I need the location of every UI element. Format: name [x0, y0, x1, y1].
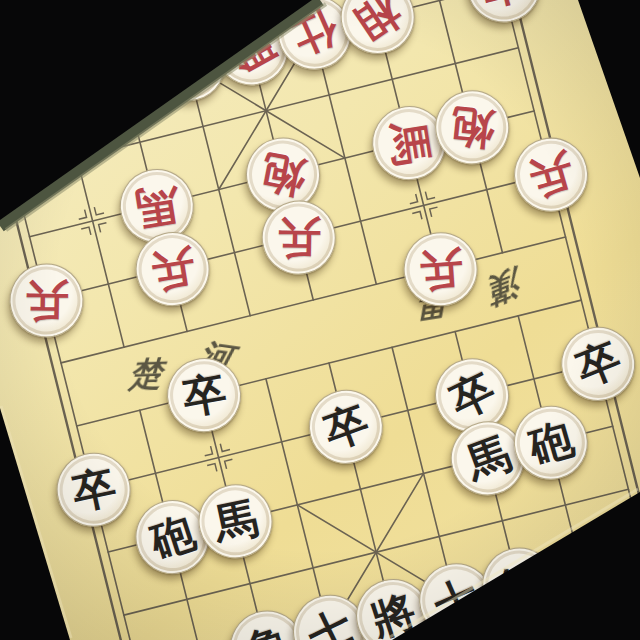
photo-scene: 楚河界漢 車相仕帥仕相車馬炮馬炮兵兵兵兵兵卒卒卒卒卒砲馬馬砲象士將士象車: [0, 0, 640, 640]
piece-glyph: 車: [39, 73, 85, 119]
piece-glyph: 相: [101, 55, 150, 104]
piece-glyph: 卒: [68, 464, 119, 515]
piece-glyph: 兵: [25, 279, 69, 323]
piece-glyph: 卒: [570, 336, 626, 392]
piece-glyph: 炮: [258, 149, 308, 199]
piece-glyph: 馬: [210, 496, 261, 547]
piece-glyph: 卒: [318, 399, 373, 454]
piece-glyph: 象: [240, 620, 294, 640]
xiangqi-board: 楚河界漢 車相仕帥仕相車馬炮馬炮兵兵兵兵兵卒卒卒卒卒砲馬馬砲象士將士象車: [0, 0, 640, 640]
piece-glyph: 相: [348, 0, 408, 47]
piece-glyph: 車: [478, 0, 530, 12]
piece-glyph: 卒: [443, 367, 500, 424]
piece-glyph: 象: [490, 556, 547, 613]
piece-glyph: 士: [301, 603, 358, 640]
piece-glyph: 仕: [159, 35, 218, 94]
piece-glyph: 馬: [385, 118, 434, 167]
piece-glyph: 兵: [148, 244, 197, 293]
piece-glyph: 仕: [286, 4, 343, 61]
piece-glyph: 炮: [449, 104, 496, 151]
piece-glyph: 士: [428, 572, 485, 629]
piece-glyph: 兵: [524, 148, 577, 201]
piece-glyph: 兵: [418, 246, 464, 292]
piece-glyph: 馬: [460, 431, 515, 486]
piece-glyph: 砲: [524, 416, 577, 469]
piece-glyph: 卒: [179, 370, 229, 420]
river-char: 楚: [127, 352, 161, 398]
piece-glyph: 帥: [222, 19, 280, 77]
piece-glyph: 砲: [145, 510, 199, 564]
piece-glyph: 將: [366, 589, 420, 640]
piece-glyph: 車: [619, 527, 640, 579]
piece-glyph: 兵: [277, 216, 321, 260]
piece-glyph: 馬: [132, 181, 181, 230]
